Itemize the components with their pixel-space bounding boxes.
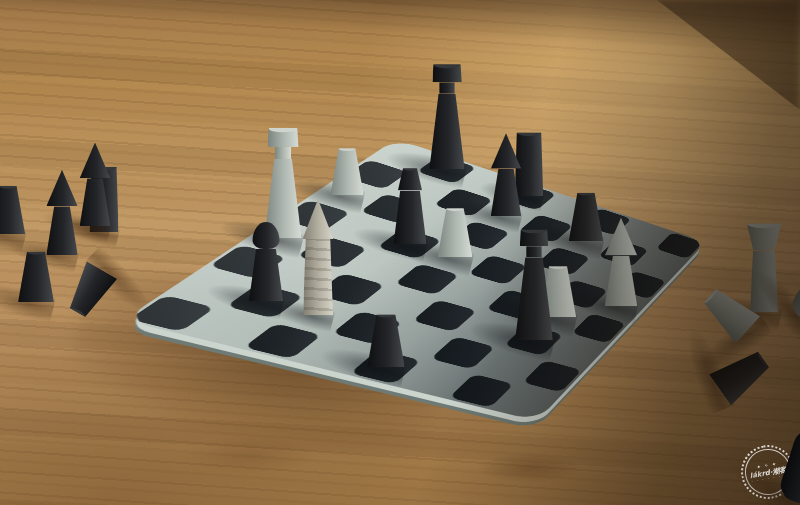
piece-black-king-b8 (430, 65, 465, 170)
piece-part-fr (526, 246, 542, 257)
piece-part-cone (490, 133, 520, 168)
piece-part-cyl (438, 208, 473, 257)
piece-part-icyl (747, 224, 781, 251)
captured-left-black-pawn-0 (0, 186, 25, 234)
piece-white-pawn-d5 (438, 208, 473, 257)
piece-part-cyl (398, 168, 422, 190)
photo-scene: ✦ ✧ ✦ lákrd·潮客 · · · · · · · (0, 0, 800, 505)
piece-part-cyl (368, 314, 405, 366)
piece-part-cone (46, 170, 77, 206)
piece-black-bishop-d7 (490, 133, 520, 216)
piece-white-bishop-h5 (605, 218, 637, 306)
piece-white-queen-c2 (302, 199, 333, 315)
piece-part-fr (275, 147, 291, 159)
piece-part-fr (430, 94, 465, 169)
piece-part-cone (605, 218, 637, 256)
piece-part-fr (490, 168, 520, 215)
piece-black-knight-c5 (394, 168, 427, 244)
piece-part-cyl (268, 128, 299, 147)
piece-part-cyl (432, 65, 461, 83)
piece-black-pawn-e1 (368, 314, 405, 366)
piece-black-knight-b2 (249, 222, 283, 301)
captured-left-black-bishop-3 (46, 170, 77, 255)
piece-part-cyl (18, 252, 54, 302)
piece-part-fr (439, 83, 455, 94)
piece-part-cyl (568, 193, 602, 241)
piece-part-fr (80, 178, 111, 226)
piece-part-fr (605, 256, 637, 306)
captured-left-black-bishop-2 (80, 143, 111, 226)
piece-black-pawn-f7 (568, 193, 602, 241)
piece-part-cone (302, 199, 333, 239)
piece-part-fr (303, 239, 333, 315)
piece-part-cyl (330, 148, 363, 195)
piece-part-cyl (520, 230, 549, 247)
piece-part-fr (46, 206, 77, 255)
piece-black-queen-g3 (515, 230, 553, 340)
piece-part-cone (80, 143, 111, 179)
piece-part-dome (252, 222, 279, 249)
piece-white-pawn-a6 (330, 148, 363, 195)
piece-part-fr (515, 257, 553, 340)
captured-left-black-pawn-5 (18, 252, 54, 302)
piece-part-cyl (0, 186, 25, 234)
